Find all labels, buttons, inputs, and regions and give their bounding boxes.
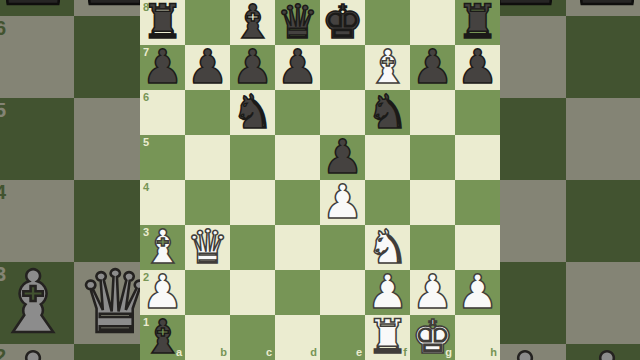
square-h4 <box>566 180 640 262</box>
piece-black-pawn[interactable]: ♟ <box>186 43 228 90</box>
piece-white-rook[interactable]: ♜ <box>366 313 408 360</box>
square-c4[interactable] <box>230 180 275 225</box>
square-e2[interactable] <box>320 270 365 315</box>
file-label-d: d <box>310 347 317 358</box>
square-g5[interactable] <box>410 135 455 180</box>
piece-white-pawn[interactable]: ♟ <box>366 268 408 315</box>
piece-black-bishop[interactable]: ♝ <box>141 313 183 360</box>
square-b2[interactable] <box>185 270 230 315</box>
square-a5[interactable]: 5 <box>140 135 185 180</box>
square-d2[interactable] <box>275 270 320 315</box>
square-c1[interactable]: c <box>230 315 275 360</box>
piece-white-bishop: ♝ <box>0 259 72 345</box>
piece-black-pawn[interactable]: ♟ <box>276 43 318 90</box>
square-a7: ♟7 <box>0 0 74 16</box>
square-h4[interactable] <box>455 180 500 225</box>
piece-black-pawn[interactable]: ♟ <box>321 133 363 180</box>
square-a6[interactable]: 6 <box>140 90 185 135</box>
square-g4[interactable] <box>410 180 455 225</box>
piece-white-bishop[interactable]: ♝ <box>366 43 408 90</box>
square-d3[interactable] <box>275 225 320 270</box>
chess-board: ♜8♝♛♚♜♟7♟♟♟♝♟♟6♞♞5♟4♟♝3♛♞♟2♟♟♟♝1abcde♜f♚… <box>140 0 500 360</box>
piece-white-king[interactable]: ♚ <box>411 313 453 360</box>
square-f6[interactable]: ♞ <box>365 90 410 135</box>
square-d1[interactable]: d <box>275 315 320 360</box>
square-a1[interactable]: ♝1a <box>140 315 185 360</box>
square-c2[interactable] <box>230 270 275 315</box>
piece-white-bishop[interactable]: ♝ <box>141 223 183 270</box>
square-h2[interactable]: ♟ <box>455 270 500 315</box>
square-c6[interactable]: ♞ <box>230 90 275 135</box>
screenshot-stage: ♜8♝♛♚♜♟7♟♟♟♝♟♟6♞♞5♟4♟♝3♛♞♟2♟♟♟♝1abcde♜f♚… <box>0 0 640 360</box>
square-e7[interactable] <box>320 45 365 90</box>
square-a2: ♟2 <box>0 344 74 360</box>
piece-black-pawn: ♟ <box>0 0 72 17</box>
square-a4: 4 <box>0 180 74 262</box>
square-a6: 6 <box>0 16 74 98</box>
square-g7[interactable]: ♟ <box>410 45 455 90</box>
square-h7: ♟ <box>566 0 640 16</box>
square-e1[interactable]: e <box>320 315 365 360</box>
square-e4[interactable]: ♟ <box>320 180 365 225</box>
rank-label-4: 4 <box>0 182 6 202</box>
square-h5[interactable] <box>455 135 500 180</box>
piece-white-pawn[interactable]: ♟ <box>411 268 453 315</box>
piece-black-pawn[interactable]: ♟ <box>141 43 183 90</box>
square-h7[interactable]: ♟ <box>455 45 500 90</box>
file-label-b: b <box>220 347 227 358</box>
square-d6[interactable] <box>275 90 320 135</box>
square-a7[interactable]: ♟7 <box>140 45 185 90</box>
piece-white-knight[interactable]: ♞ <box>366 223 408 270</box>
piece-white-queen[interactable]: ♛ <box>186 223 228 270</box>
square-e8[interactable]: ♚ <box>320 0 365 45</box>
rank-label-5: 5 <box>0 100 6 120</box>
piece-black-pawn[interactable]: ♟ <box>411 43 453 90</box>
square-b6[interactable] <box>185 90 230 135</box>
square-d7[interactable]: ♟ <box>275 45 320 90</box>
square-b3[interactable]: ♛ <box>185 225 230 270</box>
piece-white-pawn[interactable]: ♟ <box>321 178 363 225</box>
square-e3[interactable] <box>320 225 365 270</box>
file-label-e: e <box>356 347 362 358</box>
square-h6[interactable] <box>455 90 500 135</box>
rank-label-6: 6 <box>0 18 6 38</box>
piece-white-pawn[interactable]: ♟ <box>456 268 498 315</box>
square-h3 <box>566 262 640 344</box>
piece-black-pawn[interactable]: ♟ <box>231 43 273 90</box>
square-b5[interactable] <box>185 135 230 180</box>
square-b7[interactable]: ♟ <box>185 45 230 90</box>
square-g1[interactable]: ♚g <box>410 315 455 360</box>
square-b1[interactable]: b <box>185 315 230 360</box>
square-d5[interactable] <box>275 135 320 180</box>
rank-label-6: 6 <box>143 92 149 103</box>
square-a5: 5 <box>0 98 74 180</box>
square-c5[interactable] <box>230 135 275 180</box>
rank-label-4: 4 <box>143 182 149 193</box>
square-f5[interactable] <box>365 135 410 180</box>
piece-white-pawn[interactable]: ♟ <box>141 268 183 315</box>
piece-black-knight[interactable]: ♞ <box>366 88 408 135</box>
piece-black-king[interactable]: ♚ <box>321 0 363 45</box>
piece-white-pawn: ♟ <box>568 341 640 360</box>
square-h5 <box>566 98 640 180</box>
piece-white-pawn: ♟ <box>0 341 72 360</box>
square-c3[interactable] <box>230 225 275 270</box>
square-d4[interactable] <box>275 180 320 225</box>
square-h1[interactable]: h <box>455 315 500 360</box>
square-f1[interactable]: ♜f <box>365 315 410 360</box>
piece-black-pawn[interactable]: ♟ <box>456 43 498 90</box>
file-label-h: h <box>490 347 497 358</box>
square-a3: ♝3 <box>0 262 74 344</box>
square-h2: ♟ <box>566 344 640 360</box>
rank-label-5: 5 <box>143 137 149 148</box>
piece-black-knight[interactable]: ♞ <box>231 88 273 135</box>
square-h6 <box>566 16 640 98</box>
piece-black-pawn: ♟ <box>568 0 640 17</box>
square-g6[interactable] <box>410 90 455 135</box>
file-label-c: c <box>266 347 272 358</box>
